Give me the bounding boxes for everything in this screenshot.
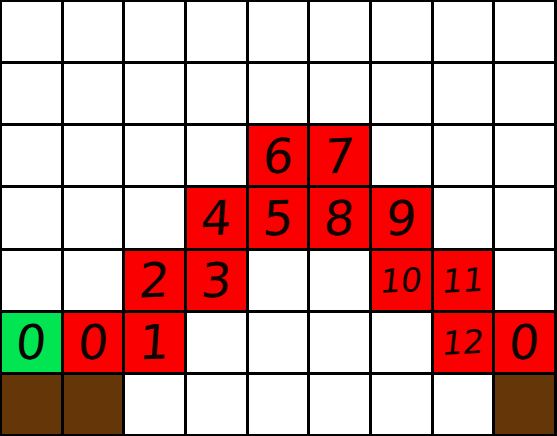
cell-number: 6 [261,131,295,180]
cell-number: 3 [199,256,233,305]
cell-r1c5[interactable] [310,64,369,123]
cell-number: 5 [261,193,295,242]
cell-r1c6[interactable] [372,64,431,123]
cell-number: 0 [76,318,110,367]
cell-r1c8[interactable] [495,64,554,123]
cell-r6c0[interactable] [2,375,61,434]
cell-r6c3[interactable] [187,375,246,434]
cell-r5c2[interactable]: 1 [125,313,184,372]
cell-r5c7[interactable]: 12 [434,313,493,372]
cell-r5c6[interactable] [372,313,431,372]
cell-r2c7[interactable] [434,126,493,185]
cell-r0c6[interactable] [372,2,431,61]
cell-r1c2[interactable] [125,64,184,123]
cell-r1c0[interactable] [2,64,61,123]
cell-r5c1[interactable]: 0 [64,313,123,372]
cell-number: 9 [384,193,418,242]
cell-number: 11 [440,263,486,298]
cell-r6c2[interactable] [125,375,184,434]
cell-r6c8[interactable] [495,375,554,434]
cell-r0c7[interactable] [434,2,493,61]
cell-r0c0[interactable] [2,2,61,61]
cell-r3c6[interactable]: 9 [372,188,431,247]
cell-r4c2[interactable]: 2 [125,251,184,310]
cell-number: 2 [138,256,172,305]
cell-r3c8[interactable] [495,188,554,247]
cell-r3c5[interactable]: 8 [310,188,369,247]
cell-r0c2[interactable] [125,2,184,61]
cell-r6c5[interactable] [310,375,369,434]
cell-r1c7[interactable] [434,64,493,123]
cell-r4c8[interactable] [495,251,554,310]
cell-r0c5[interactable] [310,2,369,61]
cell-r5c0[interactable]: 0 [2,313,61,372]
puzzle-board: 674589231011001120 [0,0,557,436]
cell-r1c1[interactable] [64,64,123,123]
cell-r3c7[interactable] [434,188,493,247]
cell-r3c4[interactable]: 5 [249,188,308,247]
cell-r2c0[interactable] [2,126,61,185]
cell-r4c4[interactable] [249,251,308,310]
cell-r0c1[interactable] [64,2,123,61]
cell-r0c3[interactable] [187,2,246,61]
cell-r4c3[interactable]: 3 [187,251,246,310]
cell-r4c1[interactable] [64,251,123,310]
cell-r3c1[interactable] [64,188,123,247]
cell-r3c3[interactable]: 4 [187,188,246,247]
cell-r2c1[interactable] [64,126,123,185]
cell-r2c5[interactable]: 7 [310,126,369,185]
cell-r2c8[interactable] [495,126,554,185]
cell-r6c4[interactable] [249,375,308,434]
cell-number: 12 [440,325,486,360]
cell-r4c7[interactable]: 11 [434,251,493,310]
cell-r2c3[interactable] [187,126,246,185]
cell-r5c4[interactable] [249,313,308,372]
cell-r5c3[interactable] [187,313,246,372]
cell-number: 4 [199,193,233,242]
cell-r2c2[interactable] [125,126,184,185]
cell-r6c1[interactable] [64,375,123,434]
cell-number: 0 [508,318,542,367]
cell-r6c7[interactable] [434,375,493,434]
cell-r1c4[interactable] [249,64,308,123]
cell-number: 8 [323,193,357,242]
cell-number: 7 [323,131,357,180]
cell-r0c4[interactable] [249,2,308,61]
cell-r5c8[interactable]: 0 [495,313,554,372]
cell-r6c6[interactable] [372,375,431,434]
cell-r5c5[interactable] [310,313,369,372]
cell-r4c5[interactable] [310,251,369,310]
cell-number: 10 [378,263,424,298]
cell-r2c4[interactable]: 6 [249,126,308,185]
cell-r0c8[interactable] [495,2,554,61]
cell-r4c0[interactable] [2,251,61,310]
cell-r4c6[interactable]: 10 [372,251,431,310]
cell-r3c0[interactable] [2,188,61,247]
cell-r3c2[interactable] [125,188,184,247]
cell-number: 0 [14,318,48,367]
cell-number: 1 [138,318,172,367]
cell-r2c6[interactable] [372,126,431,185]
cell-r1c3[interactable] [187,64,246,123]
